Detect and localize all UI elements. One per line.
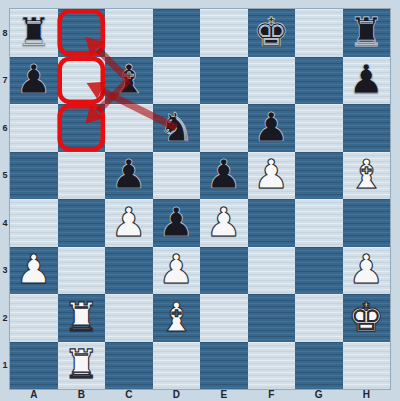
square-d4[interactable]: ♟ <box>153 199 201 247</box>
square-c5[interactable]: ♟ <box>105 152 153 200</box>
square-d7[interactable] <box>153 57 201 105</box>
piece-white-pawn[interactable]: ♟ <box>158 249 194 289</box>
file-label-G: G <box>295 388 343 401</box>
square-e3[interactable] <box>200 247 248 295</box>
square-e1[interactable] <box>200 342 248 390</box>
chess-board-app: 87654321 ♜♚♜♟♝♟♞♟♟♟♟♝♟♟♟♟♟♟♜♝♚♜ ABCDEFGH <box>0 0 400 401</box>
square-g5[interactable] <box>295 152 343 200</box>
square-c4[interactable]: ♟ <box>105 199 153 247</box>
square-e4[interactable]: ♟ <box>200 199 248 247</box>
square-b7[interactable] <box>58 57 106 105</box>
rank-label-3: 3 <box>0 247 10 295</box>
rank-label-6: 6 <box>0 104 10 152</box>
piece-black-king[interactable]: ♚ <box>253 12 289 52</box>
square-g2[interactable] <box>295 294 343 342</box>
square-g3[interactable] <box>295 247 343 295</box>
piece-black-pawn[interactable]: ♟ <box>111 154 147 194</box>
square-d5[interactable] <box>153 152 201 200</box>
square-b1[interactable]: ♜ <box>58 342 106 390</box>
square-g4[interactable] <box>295 199 343 247</box>
piece-black-pawn[interactable]: ♟ <box>16 59 52 99</box>
square-f7[interactable] <box>248 57 296 105</box>
square-f3[interactable] <box>248 247 296 295</box>
square-e2[interactable] <box>200 294 248 342</box>
square-g7[interactable] <box>295 57 343 105</box>
square-c7[interactable]: ♝ <box>105 57 153 105</box>
rank-labels: 87654321 <box>0 9 10 389</box>
piece-white-bishop[interactable]: ♝ <box>348 154 384 194</box>
piece-white-bishop[interactable]: ♝ <box>158 297 194 337</box>
piece-black-knight[interactable]: ♞ <box>158 107 194 147</box>
square-a1[interactable] <box>10 342 58 390</box>
square-d1[interactable] <box>153 342 201 390</box>
square-d8[interactable] <box>153 9 201 57</box>
piece-white-pawn[interactable]: ♟ <box>206 202 242 242</box>
square-h7[interactable]: ♟ <box>343 57 391 105</box>
square-a7[interactable]: ♟ <box>10 57 58 105</box>
rank-label-7: 7 <box>0 57 10 105</box>
square-b6[interactable] <box>58 104 106 152</box>
square-c1[interactable] <box>105 342 153 390</box>
piece-white-king[interactable]: ♚ <box>348 297 384 337</box>
piece-black-pawn[interactable]: ♟ <box>253 107 289 147</box>
square-a3[interactable]: ♟ <box>10 247 58 295</box>
piece-black-pawn[interactable]: ♟ <box>158 202 194 242</box>
square-a8[interactable]: ♜ <box>10 9 58 57</box>
file-label-A: A <box>10 388 58 401</box>
file-labels: ABCDEFGH <box>10 388 390 401</box>
rank-label-1: 1 <box>0 342 10 390</box>
rank-label-8: 8 <box>0 9 10 57</box>
square-d2[interactable]: ♝ <box>153 294 201 342</box>
square-b3[interactable] <box>58 247 106 295</box>
square-h2[interactable]: ♚ <box>343 294 391 342</box>
piece-white-pawn[interactable]: ♟ <box>16 249 52 289</box>
piece-white-rook[interactable]: ♜ <box>63 297 99 337</box>
file-label-B: B <box>58 388 106 401</box>
square-d3[interactable]: ♟ <box>153 247 201 295</box>
file-label-C: C <box>105 388 153 401</box>
square-e8[interactable] <box>200 9 248 57</box>
piece-white-pawn[interactable]: ♟ <box>253 154 289 194</box>
square-a2[interactable] <box>10 294 58 342</box>
square-h5[interactable]: ♝ <box>343 152 391 200</box>
piece-black-bishop[interactable]: ♝ <box>111 59 147 99</box>
square-f5[interactable]: ♟ <box>248 152 296 200</box>
square-g6[interactable] <box>295 104 343 152</box>
piece-black-rook[interactable]: ♜ <box>348 12 384 52</box>
rank-label-5: 5 <box>0 152 10 200</box>
square-h8[interactable]: ♜ <box>343 9 391 57</box>
square-h6[interactable] <box>343 104 391 152</box>
file-label-E: E <box>200 388 248 401</box>
square-h3[interactable]: ♟ <box>343 247 391 295</box>
square-e5[interactable]: ♟ <box>200 152 248 200</box>
square-g1[interactable] <box>295 342 343 390</box>
square-f1[interactable] <box>248 342 296 390</box>
file-label-D: D <box>153 388 201 401</box>
square-h1[interactable] <box>343 342 391 390</box>
square-f8[interactable]: ♚ <box>248 9 296 57</box>
square-g8[interactable] <box>295 9 343 57</box>
piece-white-rook[interactable]: ♜ <box>63 344 99 384</box>
piece-black-pawn[interactable]: ♟ <box>206 154 242 194</box>
piece-white-pawn[interactable]: ♟ <box>348 249 384 289</box>
square-e6[interactable] <box>200 104 248 152</box>
square-c6[interactable] <box>105 104 153 152</box>
square-b5[interactable] <box>58 152 106 200</box>
square-b8[interactable] <box>58 9 106 57</box>
square-c8[interactable] <box>105 9 153 57</box>
square-d6[interactable]: ♞ <box>153 104 201 152</box>
square-b2[interactable]: ♜ <box>58 294 106 342</box>
square-a5[interactable] <box>10 152 58 200</box>
piece-white-pawn[interactable]: ♟ <box>111 202 147 242</box>
file-label-F: F <box>248 388 296 401</box>
square-e7[interactable] <box>200 57 248 105</box>
square-b4[interactable] <box>58 199 106 247</box>
piece-black-rook[interactable]: ♜ <box>16 12 52 52</box>
file-label-H: H <box>343 388 391 401</box>
piece-black-pawn[interactable]: ♟ <box>348 59 384 99</box>
square-h4[interactable] <box>343 199 391 247</box>
square-f6[interactable]: ♟ <box>248 104 296 152</box>
rank-label-2: 2 <box>0 294 10 342</box>
square-a4[interactable] <box>10 199 58 247</box>
square-c3[interactable] <box>105 247 153 295</box>
chess-board: ♜♚♜♟♝♟♞♟♟♟♟♝♟♟♟♟♟♟♜♝♚♜ <box>10 9 390 389</box>
square-c2[interactable] <box>105 294 153 342</box>
square-f2[interactable] <box>248 294 296 342</box>
rank-label-4: 4 <box>0 199 10 247</box>
square-a6[interactable] <box>10 104 58 152</box>
square-f4[interactable] <box>248 199 296 247</box>
